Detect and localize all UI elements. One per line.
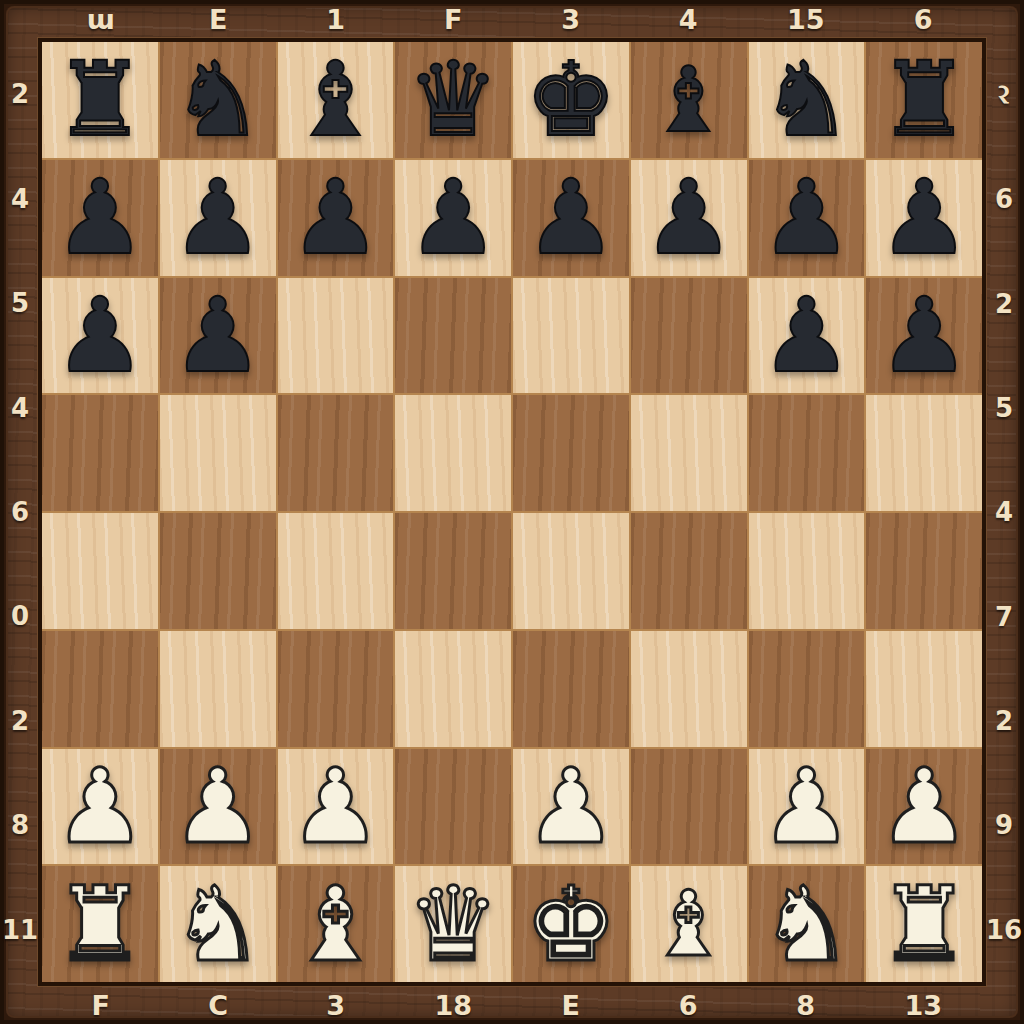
bottom-label-5: 6 [630,990,748,1021]
square-h8[interactable]: ♜ [866,42,982,158]
square-h5[interactable] [866,395,982,511]
square-f2[interactable] [631,749,747,865]
square-b2[interactable]: ♟ [160,749,276,865]
square-d8[interactable]: ♛ [395,42,511,158]
piece-white-knight-g1[interactable]: ♞ [760,873,852,976]
piece-black-pawn-d7[interactable]: ♟ [407,166,499,269]
square-g6[interactable]: ♟ [749,278,865,394]
square-h7[interactable]: ♟ [866,160,982,276]
square-f6[interactable] [631,278,747,394]
chess-board-screenshot: ɯE1F34156 FC318E6813 2454602811 Ꝛ6254729… [0,0,1024,1024]
bottom-label-0: F [42,990,160,1021]
top-label-6: 15 [747,4,865,35]
square-d7[interactable]: ♟ [395,160,511,276]
square-e8[interactable]: ♚ [513,42,629,158]
piece-white-pawn-c2[interactable]: ♟ [289,755,381,858]
square-c6[interactable] [278,278,394,394]
square-c5[interactable] [278,395,394,511]
piece-white-rook-h1[interactable]: ♜ [878,873,970,976]
top-label-0: ɯ [42,4,160,35]
piece-black-rook-h8[interactable]: ♜ [878,48,970,151]
square-h3[interactable] [866,631,982,747]
top-label-4: 3 [512,4,630,35]
piece-black-pawn-a6[interactable]: ♟ [54,284,146,387]
square-g2[interactable]: ♟ [749,749,865,865]
square-d6[interactable] [395,278,511,394]
square-e6[interactable] [513,278,629,394]
square-f7[interactable]: ♟ [631,160,747,276]
square-c1[interactable]: ♝ [278,866,394,982]
square-h2[interactable]: ♟ [866,749,982,865]
piece-black-pawn-e7[interactable]: ♟ [525,166,617,269]
bottom-label-1: C [160,990,278,1021]
piece-black-knight-g8[interactable]: ♞ [760,48,852,151]
square-e7[interactable]: ♟ [513,160,629,276]
square-g4[interactable] [749,513,865,629]
top-label-5: 4 [630,4,748,35]
left-label-7: 8 [11,810,29,840]
square-g8[interactable]: ♞ [749,42,865,158]
piece-white-bishop-f1[interactable]: ♝ [648,879,729,969]
square-b3[interactable] [160,631,276,747]
piece-white-pawn-e2[interactable]: ♟ [525,755,617,858]
square-b4[interactable] [160,513,276,629]
square-g7[interactable]: ♟ [749,160,865,276]
square-b7[interactable]: ♟ [160,160,276,276]
top-label-3: F [395,4,513,35]
right-label-6: 2 [995,706,1013,736]
rank-labels-left: 2454602811 [2,42,38,982]
left-label-8: 11 [2,915,38,945]
piece-black-pawn-b7[interactable]: ♟ [171,166,263,269]
right-label-3: 5 [995,393,1013,423]
square-b8[interactable]: ♞ [160,42,276,158]
piece-white-queen-d1[interactable]: ♛ [407,873,499,976]
bottom-label-4: E [512,990,630,1021]
square-a7[interactable]: ♟ [42,160,158,276]
square-b6[interactable]: ♟ [160,278,276,394]
square-e3[interactable] [513,631,629,747]
square-d1[interactable]: ♛ [395,866,511,982]
left-label-3: 4 [11,393,29,423]
board-area: ♜♞♝♛♚♝♞♜♟♟♟♟♟♟♟♟♟♟♟♟♟♟♟♟♟♟♜♞♝♛♚♝♞♜ [38,38,986,986]
piece-white-pawn-b2[interactable]: ♟ [171,755,263,858]
piece-black-pawn-b6[interactable]: ♟ [171,284,263,387]
square-e2[interactable]: ♟ [513,749,629,865]
square-e1[interactable]: ♚ [513,866,629,982]
right-label-8: 16 [986,915,1022,945]
square-a5[interactable] [42,395,158,511]
piece-white-king-e1[interactable]: ♚ [525,873,617,976]
square-c7[interactable]: ♟ [278,160,394,276]
rank-labels-right: Ꝛ625472916 [986,42,1022,982]
piece-black-pawn-a7[interactable]: ♟ [54,166,146,269]
piece-white-rook-a1[interactable]: ♜ [54,873,146,976]
square-d4[interactable] [395,513,511,629]
square-a3[interactable] [42,631,158,747]
square-d5[interactable] [395,395,511,511]
square-c2[interactable]: ♟ [278,749,394,865]
piece-black-pawn-h6[interactable]: ♟ [878,284,970,387]
piece-black-bishop-c8[interactable]: ♝ [289,48,381,151]
square-h4[interactable] [866,513,982,629]
square-b5[interactable] [160,395,276,511]
square-f5[interactable] [631,395,747,511]
left-label-5: 0 [11,601,29,631]
piece-white-pawn-a2[interactable]: ♟ [54,755,146,858]
piece-black-pawn-c7[interactable]: ♟ [289,166,381,269]
left-label-6: 2 [11,706,29,736]
piece-black-pawn-g7[interactable]: ♟ [760,166,852,269]
square-d2[interactable] [395,749,511,865]
top-label-2: 1 [277,4,395,35]
piece-black-knight-b8[interactable]: ♞ [171,48,263,151]
square-e4[interactable] [513,513,629,629]
top-label-1: E [160,4,278,35]
left-label-2: 5 [11,288,29,318]
square-h1[interactable]: ♜ [866,866,982,982]
piece-black-queen-d8[interactable]: ♛ [407,48,499,151]
left-label-1: 4 [11,184,29,214]
bottom-label-7: 13 [865,990,983,1021]
square-a1[interactable]: ♜ [42,866,158,982]
board-grid: ♜♞♝♛♚♝♞♜♟♟♟♟♟♟♟♟♟♟♟♟♟♟♟♟♟♟♜♞♝♛♚♝♞♜ [42,42,982,982]
square-f4[interactable] [631,513,747,629]
square-f3[interactable] [631,631,747,747]
square-c4[interactable] [278,513,394,629]
piece-black-pawn-h7[interactable]: ♟ [878,166,970,269]
square-e5[interactable] [513,395,629,511]
square-c8[interactable]: ♝ [278,42,394,158]
right-label-2: 2 [995,289,1013,319]
piece-black-bishop-f8[interactable]: ♝ [648,55,729,145]
square-g1[interactable]: ♞ [749,866,865,982]
top-label-7: 6 [865,4,983,35]
square-c3[interactable] [278,631,394,747]
file-labels-bottom: FC318E6813 [42,986,982,1024]
square-d3[interactable] [395,631,511,747]
right-label-5: 7 [995,602,1013,632]
square-f8[interactable]: ♝ [631,42,747,158]
square-h6[interactable]: ♟ [866,278,982,394]
square-a6[interactable]: ♟ [42,278,158,394]
right-label-0: Ꝛ [999,79,1009,110]
right-label-1: 6 [995,184,1013,214]
piece-white-bishop-c1[interactable]: ♝ [289,873,381,976]
right-label-7: 9 [995,810,1013,840]
square-g5[interactable] [749,395,865,511]
right-label-4: 4 [995,497,1013,527]
bottom-label-6: 8 [747,990,865,1021]
piece-white-knight-b1[interactable]: ♞ [171,873,263,976]
piece-black-king-e8[interactable]: ♚ [525,48,617,151]
piece-black-pawn-g6[interactable]: ♟ [760,284,852,387]
square-a2[interactable]: ♟ [42,749,158,865]
piece-white-pawn-g2[interactable]: ♟ [760,755,852,858]
square-a4[interactable] [42,513,158,629]
square-a8[interactable]: ♜ [42,42,158,158]
file-labels-top: ɯE1F34156 [42,0,982,38]
square-g3[interactable] [749,631,865,747]
bottom-label-3: 18 [395,990,513,1021]
piece-black-rook-a8[interactable]: ♜ [54,48,146,151]
left-label-4: 6 [11,497,29,527]
left-label-0: 2 [11,79,29,109]
piece-black-pawn-f7[interactable]: ♟ [642,166,734,269]
square-b1[interactable]: ♞ [160,866,276,982]
square-f1[interactable]: ♝ [631,866,747,982]
piece-white-pawn-h2[interactable]: ♟ [878,755,970,858]
bottom-label-2: 3 [277,990,395,1021]
